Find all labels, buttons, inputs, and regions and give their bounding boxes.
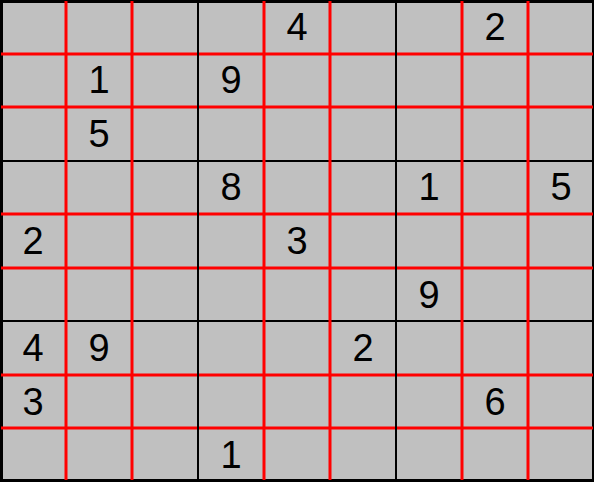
cell-r5c2[interactable] xyxy=(66,214,132,268)
cell-r5c9[interactable] xyxy=(528,214,594,268)
cell-r8c7[interactable] xyxy=(396,375,462,429)
cell-r7c8[interactable] xyxy=(462,321,528,375)
cell-r1c2[interactable] xyxy=(66,0,132,54)
cell-grid: 42195815239492361 xyxy=(0,0,594,482)
cell-r1c8[interactable]: 2 xyxy=(462,0,528,54)
cell-r6c1[interactable] xyxy=(0,268,66,322)
cell-r2c3[interactable] xyxy=(132,54,198,108)
cell-r4c3[interactable] xyxy=(132,161,198,215)
cell-r1c6[interactable] xyxy=(330,0,396,54)
cell-r2c4[interactable]: 9 xyxy=(198,54,264,108)
cell-r6c2[interactable] xyxy=(66,268,132,322)
cell-r3c3[interactable] xyxy=(132,107,198,161)
cell-r6c7[interactable]: 9 xyxy=(396,268,462,322)
cell-r5c6[interactable] xyxy=(330,214,396,268)
cell-r9c3[interactable] xyxy=(132,428,198,482)
cell-r9c9[interactable] xyxy=(528,428,594,482)
cell-r4c6[interactable] xyxy=(330,161,396,215)
cell-r8c3[interactable] xyxy=(132,375,198,429)
cell-r3c1[interactable] xyxy=(0,107,66,161)
cell-r9c7[interactable] xyxy=(396,428,462,482)
cell-r7c3[interactable] xyxy=(132,321,198,375)
cell-r7c1[interactable]: 4 xyxy=(0,321,66,375)
cell-r9c6[interactable] xyxy=(330,428,396,482)
cell-r3c8[interactable] xyxy=(462,107,528,161)
cell-r5c3[interactable] xyxy=(132,214,198,268)
cell-r3c7[interactable] xyxy=(396,107,462,161)
cell-r6c3[interactable] xyxy=(132,268,198,322)
cell-r8c2[interactable] xyxy=(66,375,132,429)
cell-r5c8[interactable] xyxy=(462,214,528,268)
cell-r8c4[interactable] xyxy=(198,375,264,429)
cell-r3c9[interactable] xyxy=(528,107,594,161)
cell-r6c6[interactable] xyxy=(330,268,396,322)
cell-r7c7[interactable] xyxy=(396,321,462,375)
cell-r6c4[interactable] xyxy=(198,268,264,322)
cell-r9c8[interactable] xyxy=(462,428,528,482)
cell-r8c8[interactable]: 6 xyxy=(462,375,528,429)
cell-r4c2[interactable] xyxy=(66,161,132,215)
cell-r2c1[interactable] xyxy=(0,54,66,108)
cell-r4c1[interactable] xyxy=(0,161,66,215)
cell-r4c8[interactable] xyxy=(462,161,528,215)
cell-r6c8[interactable] xyxy=(462,268,528,322)
cell-r2c8[interactable] xyxy=(462,54,528,108)
cell-r1c3[interactable] xyxy=(132,0,198,54)
cell-r9c1[interactable] xyxy=(0,428,66,482)
cell-r2c2[interactable]: 1 xyxy=(66,54,132,108)
cell-r1c5[interactable]: 4 xyxy=(264,0,330,54)
cell-r7c5[interactable] xyxy=(264,321,330,375)
cell-r4c9[interactable]: 5 xyxy=(528,161,594,215)
sudoku-board: 42195815239492361 xyxy=(0,0,594,482)
cell-r1c1[interactable] xyxy=(0,0,66,54)
cell-r9c5[interactable] xyxy=(264,428,330,482)
cell-r9c2[interactable] xyxy=(66,428,132,482)
cell-r2c5[interactable] xyxy=(264,54,330,108)
cell-r5c1[interactable]: 2 xyxy=(0,214,66,268)
cell-r8c6[interactable] xyxy=(330,375,396,429)
cell-r8c1[interactable]: 3 xyxy=(0,375,66,429)
cell-r6c9[interactable] xyxy=(528,268,594,322)
cell-r3c6[interactable] xyxy=(330,107,396,161)
cell-r7c6[interactable]: 2 xyxy=(330,321,396,375)
cell-r5c7[interactable] xyxy=(396,214,462,268)
cell-r8c5[interactable] xyxy=(264,375,330,429)
cell-r3c4[interactable] xyxy=(198,107,264,161)
cell-r2c6[interactable] xyxy=(330,54,396,108)
cell-r9c4[interactable]: 1 xyxy=(198,428,264,482)
cell-r4c7[interactable]: 1 xyxy=(396,161,462,215)
cell-r8c9[interactable] xyxy=(528,375,594,429)
cell-r6c5[interactable] xyxy=(264,268,330,322)
cell-r1c9[interactable] xyxy=(528,0,594,54)
cell-r4c5[interactable] xyxy=(264,161,330,215)
cell-r3c2[interactable]: 5 xyxy=(66,107,132,161)
cell-r3c5[interactable] xyxy=(264,107,330,161)
cell-r7c9[interactable] xyxy=(528,321,594,375)
cell-r2c9[interactable] xyxy=(528,54,594,108)
cell-r7c2[interactable]: 9 xyxy=(66,321,132,375)
cell-r1c7[interactable] xyxy=(396,0,462,54)
cell-r4c4[interactable]: 8 xyxy=(198,161,264,215)
cell-r5c5[interactable]: 3 xyxy=(264,214,330,268)
cell-r7c4[interactable] xyxy=(198,321,264,375)
cell-r2c7[interactable] xyxy=(396,54,462,108)
cell-r5c4[interactable] xyxy=(198,214,264,268)
cell-r1c4[interactable] xyxy=(198,0,264,54)
